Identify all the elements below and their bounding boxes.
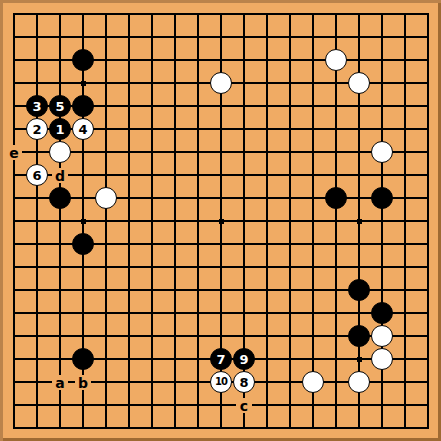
grid-line <box>289 13 291 429</box>
black-stone-Q5 <box>348 325 370 347</box>
white-stone-D14: 4 <box>72 118 94 140</box>
star-point <box>357 219 362 224</box>
white-stone-L3: 8 <box>233 371 255 393</box>
grid-line <box>266 13 268 429</box>
star-point <box>81 81 86 86</box>
black-stone-C11 <box>49 187 71 209</box>
grid-line <box>427 13 429 429</box>
white-stone-B14: 2 <box>26 118 48 140</box>
white-stone-R5 <box>371 325 393 347</box>
white-stone-C13 <box>49 141 71 163</box>
point-label-d: d <box>52 168 68 183</box>
white-stone-E11 <box>95 187 117 209</box>
star-point <box>219 219 224 224</box>
point-label-c: c <box>236 398 252 413</box>
move-number: 7 <box>216 353 225 366</box>
white-stone-K16 <box>210 72 232 94</box>
black-stone-D9 <box>72 233 94 255</box>
grid-line <box>312 13 314 429</box>
white-stone-O3 <box>302 371 324 393</box>
black-stone-Q7 <box>348 279 370 301</box>
grid-line <box>335 13 337 429</box>
move-number: 9 <box>239 353 248 366</box>
black-stone-D4 <box>72 348 94 370</box>
black-stone-B15: 3 <box>26 95 48 117</box>
move-number: 2 <box>32 123 41 136</box>
move-number: 8 <box>239 376 248 389</box>
grid-line <box>404 13 406 429</box>
grid-line <box>13 312 429 314</box>
grid-line <box>13 266 429 268</box>
black-stone-D15 <box>72 95 94 117</box>
go-board: abcde12345678910 <box>0 0 441 441</box>
move-number: 3 <box>32 100 41 113</box>
move-number: 6 <box>32 169 41 182</box>
white-stone-R13 <box>371 141 393 163</box>
black-stone-R6 <box>371 302 393 324</box>
white-stone-R4 <box>371 348 393 370</box>
black-stone-K4: 7 <box>210 348 232 370</box>
black-stone-P11 <box>325 187 347 209</box>
star-point <box>81 219 86 224</box>
black-stone-D17 <box>72 49 94 71</box>
move-number: 4 <box>78 123 87 136</box>
point-label-e: e <box>6 145 22 160</box>
star-point <box>357 357 362 362</box>
move-number: 5 <box>55 100 64 113</box>
white-stone-P17 <box>325 49 347 71</box>
point-label-b: b <box>75 375 91 390</box>
white-stone-Q3 <box>348 371 370 393</box>
point-label-a: a <box>52 375 68 390</box>
white-stone-B12: 6 <box>26 164 48 186</box>
white-stone-Q16 <box>348 72 370 94</box>
black-stone-C15: 5 <box>49 95 71 117</box>
black-stone-R11 <box>371 187 393 209</box>
move-number: 10 <box>215 377 227 387</box>
black-stone-L4: 9 <box>233 348 255 370</box>
grid-line <box>13 404 429 406</box>
white-stone-K3: 10 <box>210 371 232 393</box>
move-number: 1 <box>55 123 64 136</box>
black-stone-C14: 1 <box>49 118 71 140</box>
grid-line <box>13 427 429 429</box>
